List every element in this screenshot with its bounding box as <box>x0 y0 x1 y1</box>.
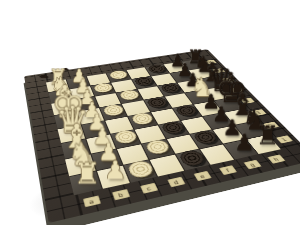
square-b1[interactable]: ♟ <box>97 166 130 189</box>
file-label-b: b <box>112 189 130 200</box>
file-label-d: d <box>167 177 185 188</box>
dark-checker[interactable] <box>147 64 168 74</box>
file-label-e: e <box>193 171 211 181</box>
square-f1[interactable] <box>200 144 234 164</box>
square-a1[interactable]: ♜ <box>69 171 102 195</box>
dark-checker[interactable] <box>160 120 186 135</box>
light-checker[interactable] <box>144 139 171 156</box>
loose-black-knight[interactable]: ♞ <box>36 74 52 78</box>
board-grid: ♜♟♟♜♞♟♟♞♝♟♟♝♚♟♞♛♛♟♟♚♝♟♟♝♞♟♟♞♜♟♟♜ <box>46 59 281 195</box>
white-pawn[interactable]: ♟ <box>104 157 126 182</box>
product-photo-scene: ♜♟♟♜♞♟♟♞♝♟♟♝♚♟♞♛♛♟♟♚♝♟♟♝♞♟♟♞♜♟♟♜ 8765432… <box>0 0 300 225</box>
file-label-a: a <box>82 196 100 208</box>
black-pawn[interactable]: ♟ <box>234 131 255 154</box>
white-rook[interactable]: ♜ <box>74 159 100 188</box>
light-checker[interactable] <box>118 89 140 101</box>
file-label-c: c <box>140 183 158 194</box>
file-label-h: h <box>267 155 285 164</box>
black-rook[interactable]: ♜ <box>256 123 279 149</box>
file-label-f: f <box>219 165 237 175</box>
file-label-g: g <box>243 160 261 170</box>
